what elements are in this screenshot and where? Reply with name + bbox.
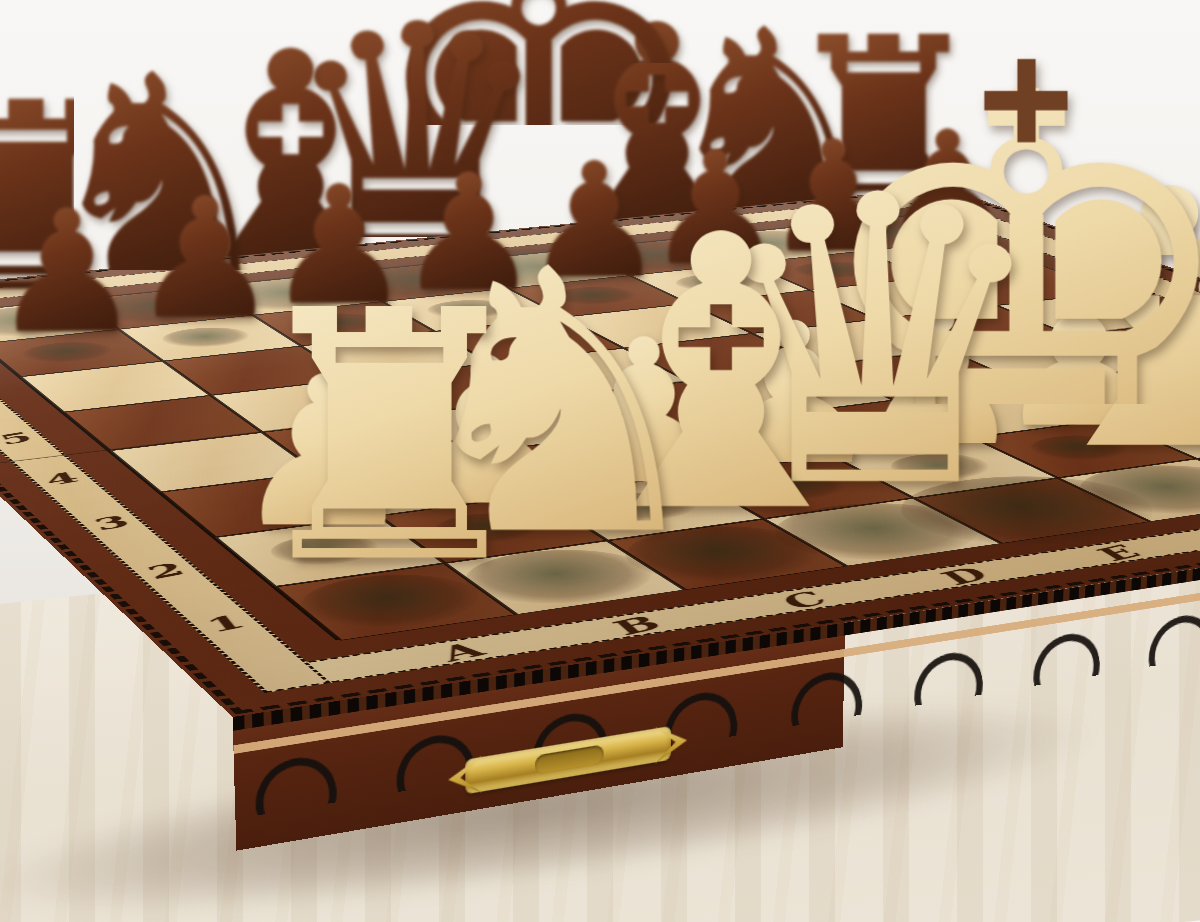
photo-scene: ABCDEFGH 12345678 ♜♞♝♛♚♝♞♜♟♟♟♟♟♟♟♟♟♟♟♟♟♟… [0,0,1200,922]
clasp-bar [465,726,671,794]
brass-clasp [433,711,701,809]
spiral-ornament [1027,622,1106,720]
clasp-left-finial [433,750,482,808]
piece-glyph: ♜ [235,266,544,610]
clasp-keeper [535,744,604,775]
white-rook-a1[interactable]: ♜ [226,169,553,600]
spiral-ornament [1143,604,1200,700]
clasp-right-finial [655,714,701,770]
spiral-ornament [784,660,870,761]
spiral-ornament [246,745,347,853]
spiral-ornament [907,641,989,741]
